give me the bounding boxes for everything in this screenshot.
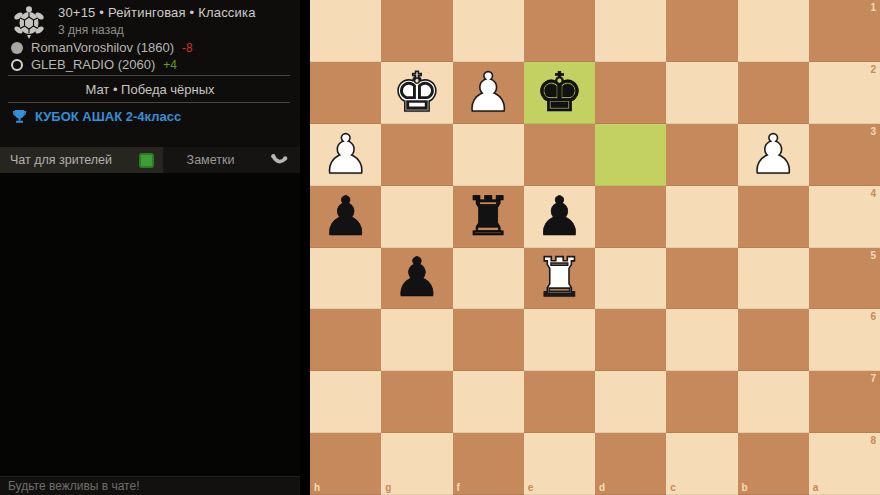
square-e8[interactable]: e: [524, 433, 595, 495]
file-label-g: g: [385, 482, 391, 493]
white-king[interactable]: ♚: [381, 62, 452, 124]
chat-toggle[interactable]: [139, 153, 154, 168]
sidebar: 30+15 • Рейтинговая • Классика 3 дня наз…: [0, 0, 300, 495]
square-g7[interactable]: [381, 371, 452, 433]
turtle-icon: [12, 5, 46, 39]
white-rook[interactable]: ♜: [524, 248, 595, 310]
square-d1[interactable]: [595, 0, 666, 62]
black-rook[interactable]: ♜: [453, 186, 524, 248]
square-a6[interactable]: 6: [809, 309, 880, 371]
square-e3[interactable]: [524, 124, 595, 186]
square-h3[interactable]: ♟: [310, 124, 381, 186]
square-c2[interactable]: [666, 62, 737, 124]
tab-spectator-chat[interactable]: Чат для зрителей: [0, 147, 163, 173]
divider: [8, 102, 290, 103]
black-pawn[interactable]: ♟: [310, 186, 381, 248]
square-g2[interactable]: ♚: [381, 62, 452, 124]
game-meta-header: 30+15 • Рейтинговая • Классика 3 дня наз…: [12, 5, 256, 39]
square-h7[interactable]: [310, 371, 381, 433]
square-d6[interactable]: [595, 309, 666, 371]
file-label-c: c: [670, 482, 676, 493]
square-e5[interactable]: ♜: [524, 248, 595, 310]
white-rating-delta: -8: [182, 41, 193, 55]
file-label-f: f: [457, 482, 460, 493]
square-g5[interactable]: ♟: [381, 248, 452, 310]
square-f6[interactable]: [453, 309, 524, 371]
square-a5[interactable]: 5: [809, 248, 880, 310]
phone-button[interactable]: [258, 147, 300, 173]
game-date: 3 дня назад: [58, 23, 256, 37]
black-king[interactable]: ♚: [524, 62, 595, 124]
square-b8[interactable]: b: [738, 433, 809, 495]
square-b3[interactable]: ♟: [738, 124, 809, 186]
square-f3[interactable]: [453, 124, 524, 186]
tab-notes[interactable]: Заметки: [163, 147, 258, 173]
rank-label-6: 6: [870, 311, 876, 322]
black-player-color-icon: [11, 59, 23, 71]
square-d5[interactable]: [595, 248, 666, 310]
trophy-icon: [12, 109, 27, 124]
file-label-e: e: [528, 482, 534, 493]
square-b2[interactable]: [738, 62, 809, 124]
square-e6[interactable]: [524, 309, 595, 371]
chess-board[interactable]: 1♚♟♚2♟♟3♟♜♟4♟♜567hgfedcb8a: [310, 0, 880, 495]
square-g3[interactable]: [381, 124, 452, 186]
square-g1[interactable]: [381, 0, 452, 62]
square-h5[interactable]: [310, 248, 381, 310]
black-pawn[interactable]: ♟: [381, 248, 452, 310]
square-g6[interactable]: [381, 309, 452, 371]
players-list: RomanVoroshilov (1860) -8 GLEB_RADIO (20…: [11, 39, 290, 73]
rank-label-7: 7: [870, 373, 876, 384]
square-e4[interactable]: ♟: [524, 186, 595, 248]
square-e2[interactable]: ♚: [524, 62, 595, 124]
white-pawn[interactable]: ♟: [453, 62, 524, 124]
white-player-name[interactable]: RomanVoroshilov (1860): [31, 40, 174, 55]
square-h2[interactable]: [310, 62, 381, 124]
tournament-label: КУБОК АШАК 2-4класс: [35, 109, 181, 124]
black-pawn[interactable]: ♟: [524, 186, 595, 248]
chat-messages-area: [0, 173, 300, 476]
square-d2[interactable]: [595, 62, 666, 124]
square-c7[interactable]: [666, 371, 737, 433]
white-pawn[interactable]: ♟: [738, 124, 809, 186]
square-f8[interactable]: f: [453, 433, 524, 495]
chat-tabbar: Чат для зрителей Заметки: [0, 147, 300, 173]
square-h1[interactable]: [310, 0, 381, 62]
square-b5[interactable]: [738, 248, 809, 310]
rank-label-5: 5: [870, 250, 876, 261]
square-f4[interactable]: ♜: [453, 186, 524, 248]
file-label-h: h: [314, 482, 320, 493]
square-h6[interactable]: [310, 309, 381, 371]
rank-label-8: 8: [870, 435, 876, 446]
square-a7[interactable]: 7: [809, 371, 880, 433]
game-result: Мат • Победа чёрных: [0, 82, 300, 97]
square-f1[interactable]: [453, 0, 524, 62]
player-row-white: RomanVoroshilov (1860) -8: [11, 39, 290, 56]
square-b7[interactable]: [738, 371, 809, 433]
square-d3[interactable]: [595, 124, 666, 186]
rank-label-3: 3: [870, 126, 876, 137]
rank-label-2: 2: [870, 64, 876, 75]
rank-label-4: 4: [870, 188, 876, 199]
chat-input[interactable]: [0, 476, 300, 495]
square-c5[interactable]: [666, 248, 737, 310]
file-label-b: b: [742, 482, 748, 493]
game-setup-line: 30+15 • Рейтинговая • Классика: [58, 5, 256, 20]
tab-notes-label: Заметки: [187, 153, 235, 167]
square-h8[interactable]: h: [310, 433, 381, 495]
square-a2[interactable]: 2: [809, 62, 880, 124]
file-label-a: a: [813, 482, 819, 493]
square-c1[interactable]: [666, 0, 737, 62]
game-meta-text: 30+15 • Рейтинговая • Классика 3 дня наз…: [58, 5, 256, 37]
square-a4[interactable]: 4: [809, 186, 880, 248]
divider: [8, 75, 290, 76]
white-pawn[interactable]: ♟: [310, 124, 381, 186]
square-f2[interactable]: ♟: [453, 62, 524, 124]
phone-icon: [269, 148, 289, 172]
square-c6[interactable]: [666, 309, 737, 371]
square-b6[interactable]: [738, 309, 809, 371]
square-f5[interactable]: [453, 248, 524, 310]
square-c8[interactable]: c: [666, 433, 737, 495]
square-g8[interactable]: g: [381, 433, 452, 495]
square-b4[interactable]: [738, 186, 809, 248]
black-rating-delta: +4: [163, 58, 177, 72]
square-a8[interactable]: 8a: [809, 433, 880, 495]
square-c3[interactable]: [666, 124, 737, 186]
tournament-link[interactable]: КУБОК АШАК 2-4класс: [12, 109, 181, 124]
black-player-name[interactable]: GLEB_RADIO (2060): [31, 57, 155, 72]
square-d7[interactable]: [595, 371, 666, 433]
white-player-color-icon: [11, 42, 23, 54]
square-a1[interactable]: 1: [809, 0, 880, 62]
square-c4[interactable]: [666, 186, 737, 248]
square-b1[interactable]: [738, 0, 809, 62]
tab-spectator-chat-label: Чат для зрителей: [10, 153, 112, 167]
square-e1[interactable]: [524, 0, 595, 62]
square-a3[interactable]: 3: [809, 124, 880, 186]
player-row-black: GLEB_RADIO (2060) +4: [11, 56, 290, 73]
square-g4[interactable]: [381, 186, 452, 248]
square-h4[interactable]: ♟: [310, 186, 381, 248]
square-e7[interactable]: [524, 371, 595, 433]
square-d4[interactable]: [595, 186, 666, 248]
rank-label-1: 1: [870, 2, 876, 13]
file-label-d: d: [599, 482, 605, 493]
square-d8[interactable]: d: [595, 433, 666, 495]
square-f7[interactable]: [453, 371, 524, 433]
